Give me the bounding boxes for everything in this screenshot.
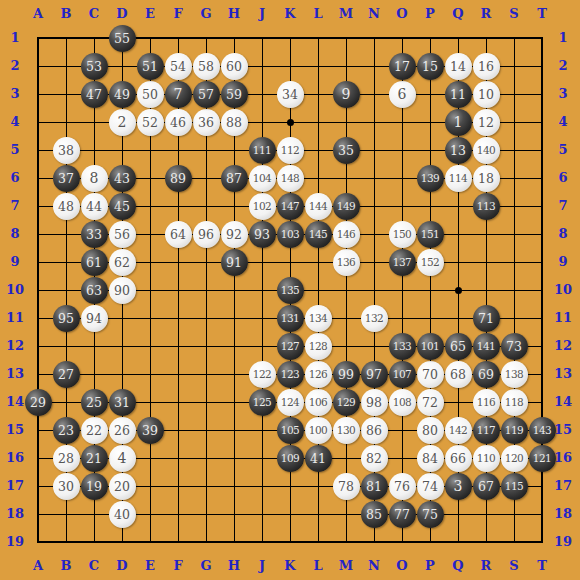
white-stone-P14: 72 (417, 389, 444, 416)
white-stone-M9: 136 (333, 249, 360, 276)
white-stone-Q6: 114 (445, 165, 472, 192)
col-label-bottom: L (305, 558, 331, 574)
black-stone-B6: 37 (53, 165, 80, 192)
col-label-top: R (473, 6, 499, 22)
black-stone-G3: 57 (193, 81, 220, 108)
row-label-left: 3 (2, 86, 28, 102)
black-stone-R11: 71 (473, 305, 500, 332)
row-label-left: 1 (2, 30, 28, 46)
white-stone-H8: 92 (221, 221, 248, 248)
white-stone-B5: 38 (53, 137, 80, 164)
white-stone-D8: 56 (109, 221, 136, 248)
black-stone-A14: 29 (25, 389, 52, 416)
white-stone-Q13: 68 (445, 361, 472, 388)
black-stone-P12: 101 (417, 333, 444, 360)
white-stone-D10: 90 (109, 277, 136, 304)
row-label-right: 9 (550, 254, 576, 270)
white-stone-N15: 86 (361, 417, 388, 444)
black-stone-T15: 143 (529, 417, 556, 444)
white-stone-R6: 18 (473, 165, 500, 192)
col-label-bottom: J (249, 558, 275, 574)
white-stone-G2: 58 (193, 53, 220, 80)
white-stone-R4: 12 (473, 109, 500, 136)
black-stone-K16: 109 (277, 445, 304, 472)
col-label-bottom: T (529, 558, 555, 574)
white-stone-L14: 106 (305, 389, 332, 416)
white-stone-J7: 102 (249, 193, 276, 220)
black-stone-E15: 39 (137, 417, 164, 444)
black-stone-K10: 135 (277, 277, 304, 304)
black-stone-O2: 17 (389, 53, 416, 80)
black-stone-E2: 51 (137, 53, 164, 80)
col-label-top: O (389, 6, 415, 22)
black-stone-Q12: 65 (445, 333, 472, 360)
row-label-right: 7 (550, 198, 576, 214)
white-stone-G4: 36 (193, 109, 220, 136)
black-stone-C10: 63 (81, 277, 108, 304)
row-label-right: 12 (550, 338, 576, 354)
col-label-top: F (165, 6, 191, 22)
row-label-right: 5 (550, 142, 576, 158)
row-label-right: 1 (550, 30, 576, 46)
white-stone-G8: 96 (193, 221, 220, 248)
white-stone-K5: 112 (277, 137, 304, 164)
white-stone-M15: 130 (333, 417, 360, 444)
col-label-top: G (193, 6, 219, 22)
white-stone-D15: 26 (109, 417, 136, 444)
black-stone-C16: 21 (81, 445, 108, 472)
row-label-right: 14 (550, 394, 576, 410)
white-stone-C6: 8 (81, 165, 108, 192)
white-stone-F8: 64 (165, 221, 192, 248)
white-stone-L11: 134 (305, 305, 332, 332)
row-label-left: 6 (2, 170, 28, 186)
col-label-top: P (417, 6, 443, 22)
black-stone-S15: 119 (501, 417, 528, 444)
white-stone-L12: 128 (305, 333, 332, 360)
black-stone-M3: 9 (333, 81, 360, 108)
white-stone-K14: 124 (277, 389, 304, 416)
black-stone-B13: 27 (53, 361, 80, 388)
white-stone-P13: 70 (417, 361, 444, 388)
black-stone-C17: 19 (81, 473, 108, 500)
black-stone-C8: 33 (81, 221, 108, 248)
white-stone-B16: 28 (53, 445, 80, 472)
col-label-bottom: G (193, 558, 219, 574)
white-stone-C7: 44 (81, 193, 108, 220)
white-stone-Q16: 66 (445, 445, 472, 472)
black-stone-K13: 123 (277, 361, 304, 388)
black-stone-O12: 133 (389, 333, 416, 360)
white-stone-R2: 16 (473, 53, 500, 80)
black-stone-F3: 7 (165, 81, 192, 108)
go-board-diagram: ABCDEFGHJKLMNOPQRST ABCDEFGHJKLMNOPQRST … (0, 0, 580, 580)
col-label-bottom: P (417, 558, 443, 574)
black-stone-Q17: 3 (445, 473, 472, 500)
white-stone-B17: 30 (53, 473, 80, 500)
black-stone-M7: 149 (333, 193, 360, 220)
col-label-top: S (501, 6, 527, 22)
black-stone-Q5: 13 (445, 137, 472, 164)
col-label-top: Q (445, 6, 471, 22)
black-stone-R12: 141 (473, 333, 500, 360)
white-stone-F2: 54 (165, 53, 192, 80)
col-label-bottom: A (25, 558, 51, 574)
black-stone-M13: 99 (333, 361, 360, 388)
row-label-right: 13 (550, 366, 576, 382)
black-stone-K12: 127 (277, 333, 304, 360)
black-stone-Q3: 11 (445, 81, 472, 108)
col-label-top: E (137, 6, 163, 22)
white-stone-C11: 94 (81, 305, 108, 332)
white-stone-O3: 6 (389, 81, 416, 108)
hoshi-point (287, 119, 294, 126)
white-stone-E4: 52 (137, 109, 164, 136)
col-label-bottom: O (389, 558, 415, 574)
col-label-bottom: R (473, 558, 499, 574)
row-label-left: 12 (2, 338, 28, 354)
black-stone-D7: 45 (109, 193, 136, 220)
row-label-left: 7 (2, 198, 28, 214)
black-stone-R17: 67 (473, 473, 500, 500)
black-stone-R7: 113 (473, 193, 500, 220)
col-label-bottom: M (333, 558, 359, 574)
black-stone-R13: 69 (473, 361, 500, 388)
black-stone-L8: 145 (305, 221, 332, 248)
white-stone-K3: 34 (277, 81, 304, 108)
col-label-top: A (25, 6, 51, 22)
white-stone-L7: 144 (305, 193, 332, 220)
white-stone-O14: 108 (389, 389, 416, 416)
white-stone-P17: 74 (417, 473, 444, 500)
row-label-right: 4 (550, 114, 576, 130)
white-stone-D17: 20 (109, 473, 136, 500)
white-stone-D18: 40 (109, 501, 136, 528)
row-label-right: 19 (550, 534, 576, 550)
row-label-right: 17 (550, 478, 576, 494)
white-stone-N11: 132 (361, 305, 388, 332)
row-label-left: 9 (2, 254, 28, 270)
col-label-bottom: E (137, 558, 163, 574)
white-stone-J13: 122 (249, 361, 276, 388)
white-stone-S13: 138 (501, 361, 528, 388)
black-stone-S17: 115 (501, 473, 528, 500)
white-stone-R16: 110 (473, 445, 500, 472)
black-stone-C3: 47 (81, 81, 108, 108)
black-stone-K11: 131 (277, 305, 304, 332)
row-label-left: 2 (2, 58, 28, 74)
row-label-right: 11 (550, 310, 576, 326)
white-stone-Q15: 142 (445, 417, 472, 444)
black-stone-K7: 147 (277, 193, 304, 220)
white-stone-B7: 48 (53, 193, 80, 220)
col-label-top: T (529, 6, 555, 22)
white-stone-L13: 126 (305, 361, 332, 388)
col-label-top: K (277, 6, 303, 22)
row-label-left: 16 (2, 450, 28, 466)
black-stone-K8: 103 (277, 221, 304, 248)
col-label-bottom: B (53, 558, 79, 574)
white-stone-P16: 84 (417, 445, 444, 472)
col-label-top: C (81, 6, 107, 22)
black-stone-D1: 55 (109, 25, 136, 52)
col-label-top: H (221, 6, 247, 22)
hoshi-point (455, 287, 462, 294)
white-stone-S14: 118 (501, 389, 528, 416)
row-label-left: 10 (2, 282, 28, 298)
black-stone-F6: 89 (165, 165, 192, 192)
row-label-right: 8 (550, 226, 576, 242)
col-label-top: B (53, 6, 79, 22)
row-label-left: 8 (2, 226, 28, 242)
black-stone-K15: 105 (277, 417, 304, 444)
white-stone-N14: 98 (361, 389, 388, 416)
row-label-right: 2 (550, 58, 576, 74)
white-stone-E3: 50 (137, 81, 164, 108)
white-stone-R5: 140 (473, 137, 500, 164)
col-label-top: D (109, 6, 135, 22)
col-label-top: L (305, 6, 331, 22)
black-stone-N13: 97 (361, 361, 388, 388)
black-stone-J8: 93 (249, 221, 276, 248)
white-stone-J6: 104 (249, 165, 276, 192)
black-stone-H3: 59 (221, 81, 248, 108)
col-label-bottom: D (109, 558, 135, 574)
black-stone-L16: 41 (305, 445, 332, 472)
col-label-bottom: Q (445, 558, 471, 574)
white-stone-O8: 150 (389, 221, 416, 248)
row-label-left: 19 (2, 534, 28, 550)
black-stone-M14: 129 (333, 389, 360, 416)
black-stone-N18: 85 (361, 501, 388, 528)
black-stone-C9: 61 (81, 249, 108, 276)
black-stone-N17: 81 (361, 473, 388, 500)
black-stone-D3: 49 (109, 81, 136, 108)
col-label-bottom: S (501, 558, 527, 574)
black-stone-H6: 87 (221, 165, 248, 192)
black-stone-B11: 95 (53, 305, 80, 332)
white-stone-C15: 22 (81, 417, 108, 444)
col-label-bottom: K (277, 558, 303, 574)
black-stone-S12: 73 (501, 333, 528, 360)
col-label-bottom: C (81, 558, 107, 574)
white-stone-R14: 116 (473, 389, 500, 416)
row-label-right: 3 (550, 86, 576, 102)
row-label-left: 5 (2, 142, 28, 158)
col-label-top: J (249, 6, 275, 22)
white-stone-D9: 62 (109, 249, 136, 276)
white-stone-R3: 10 (473, 81, 500, 108)
col-label-top: N (361, 6, 387, 22)
black-stone-H9: 91 (221, 249, 248, 276)
white-stone-M17: 78 (333, 473, 360, 500)
white-stone-H4: 88 (221, 109, 248, 136)
black-stone-J5: 111 (249, 137, 276, 164)
black-stone-O18: 77 (389, 501, 416, 528)
white-stone-Q2: 14 (445, 53, 472, 80)
row-label-right: 10 (550, 282, 576, 298)
row-label-right: 6 (550, 170, 576, 186)
black-stone-B15: 23 (53, 417, 80, 444)
col-label-bottom: N (361, 558, 387, 574)
white-stone-P9: 152 (417, 249, 444, 276)
black-stone-P6: 139 (417, 165, 444, 192)
black-stone-D14: 31 (109, 389, 136, 416)
row-label-left: 11 (2, 310, 28, 326)
row-label-left: 18 (2, 506, 28, 522)
white-stone-D16: 4 (109, 445, 136, 472)
white-stone-N16: 82 (361, 445, 388, 472)
white-stone-M8: 146 (333, 221, 360, 248)
black-stone-C2: 53 (81, 53, 108, 80)
white-stone-S16: 120 (501, 445, 528, 472)
white-stone-F4: 46 (165, 109, 192, 136)
row-label-left: 4 (2, 114, 28, 130)
black-stone-J14: 125 (249, 389, 276, 416)
white-stone-L15: 100 (305, 417, 332, 444)
black-stone-M5: 35 (333, 137, 360, 164)
row-label-right: 18 (550, 506, 576, 522)
black-stone-P8: 151 (417, 221, 444, 248)
black-stone-P18: 75 (417, 501, 444, 528)
col-label-top: M (333, 6, 359, 22)
black-stone-P2: 15 (417, 53, 444, 80)
black-stone-O13: 107 (389, 361, 416, 388)
white-stone-H2: 60 (221, 53, 248, 80)
row-label-left: 17 (2, 478, 28, 494)
black-stone-C14: 25 (81, 389, 108, 416)
row-label-left: 13 (2, 366, 28, 382)
black-stone-Q4: 1 (445, 109, 472, 136)
black-stone-T16: 121 (529, 445, 556, 472)
white-stone-K6: 148 (277, 165, 304, 192)
white-stone-D4: 2 (109, 109, 136, 136)
white-stone-O17: 76 (389, 473, 416, 500)
black-stone-D6: 43 (109, 165, 136, 192)
black-stone-R15: 117 (473, 417, 500, 444)
black-stone-O9: 137 (389, 249, 416, 276)
white-stone-P15: 80 (417, 417, 444, 444)
row-label-left: 15 (2, 422, 28, 438)
col-label-bottom: H (221, 558, 247, 574)
col-label-bottom: F (165, 558, 191, 574)
